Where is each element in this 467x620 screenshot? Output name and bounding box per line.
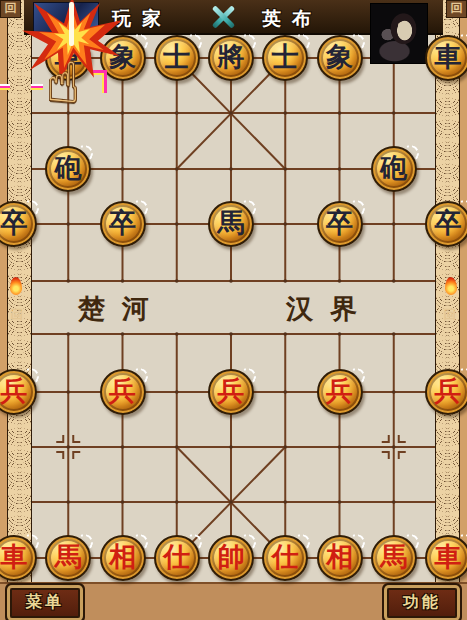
piece-black-士-f3r0[interactable]: 士: [154, 35, 200, 81]
hand-cursor-icon: ☝: [46, 50, 80, 115]
piece-red-仕-f5r9[interactable]: 仕: [262, 535, 308, 581]
piece-black-馬-f4r3[interactable]: 馬: [208, 201, 254, 247]
piece-black-卒-f8r3[interactable]: 卒: [425, 201, 467, 247]
piece-black-卒-f2r3[interactable]: 卒: [100, 201, 146, 247]
piece-red-兵-f8r6[interactable]: 兵: [425, 369, 467, 415]
piece-red-兵-f2r6[interactable]: 兵: [100, 369, 146, 415]
piece-black-卒-f0r3[interactable]: 卒: [0, 201, 37, 247]
piece-red-兵-f4r6[interactable]: 兵: [208, 369, 254, 415]
piece-red-馬-f1r9[interactable]: 馬: [45, 535, 91, 581]
piece-red-馬-f7r9[interactable]: 馬: [371, 535, 417, 581]
piece-black-車-f8r0[interactable]: 車: [425, 35, 467, 81]
piece-black-士-f5r0[interactable]: 士: [262, 35, 308, 81]
xiangqi-game-screen: 楚河 汉界 回 回 回 回 玩家 英布 車象士將士象車砲砲卒卒馬卒卒兵兵兵兵兵車…: [0, 0, 467, 620]
piece-black-砲-f7r2[interactable]: 砲: [371, 146, 417, 192]
piece-red-兵-f6r6[interactable]: 兵: [317, 369, 363, 415]
piece-red-車-f8r9[interactable]: 車: [425, 535, 467, 581]
piece-black-象-f6r0[interactable]: 象: [317, 35, 363, 81]
piece-red-帥-f4r9[interactable]: 帥: [208, 535, 254, 581]
piece-black-將-f4r0[interactable]: 將: [208, 35, 254, 81]
piece-red-兵-f0r6[interactable]: 兵: [0, 369, 37, 415]
piece-red-仕-f3r9[interactable]: 仕: [154, 535, 200, 581]
piece-black-砲-f1r2[interactable]: 砲: [45, 146, 91, 192]
piece-red-車-f0r9[interactable]: 車: [0, 535, 37, 581]
piece-red-相-f6r9[interactable]: 相: [317, 535, 363, 581]
piece-red-相-f2r9[interactable]: 相: [100, 535, 146, 581]
piece-black-卒-f6r3[interactable]: 卒: [317, 201, 363, 247]
